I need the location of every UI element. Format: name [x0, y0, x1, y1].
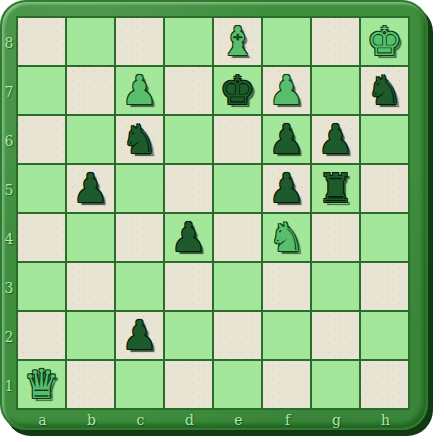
square-h5[interactable]	[361, 165, 408, 212]
square-d6[interactable]	[165, 116, 212, 163]
square-g7[interactable]	[312, 67, 359, 114]
square-a4[interactable]	[18, 214, 65, 261]
square-b8[interactable]	[67, 18, 114, 65]
chess-board: ♝♚♟♚♟♞♞♟♟♟♟♜♟♞♟♛	[16, 16, 410, 410]
piece-black-pawn[interactable]: ♟	[269, 119, 305, 159]
square-d8[interactable]	[165, 18, 212, 65]
file-label-b: b	[67, 408, 116, 432]
square-c6[interactable]: ♞	[116, 116, 163, 163]
square-e6[interactable]	[214, 116, 261, 163]
square-f4[interactable]: ♞	[263, 214, 310, 261]
rank-label-5: 5	[2, 165, 16, 214]
piece-black-king[interactable]: ♚	[220, 70, 256, 110]
square-c5[interactable]	[116, 165, 163, 212]
piece-black-pawn[interactable]: ♟	[73, 168, 109, 208]
board-frame: 87654321 ♝♚♟♚♟♞♞♟♟♟♟♜♟♞♟♛ abcdefgh	[0, 0, 428, 430]
piece-white-pawn[interactable]: ♟	[122, 70, 158, 110]
square-a7[interactable]	[18, 67, 65, 114]
square-b5[interactable]: ♟	[67, 165, 114, 212]
square-g1[interactable]	[312, 361, 359, 408]
file-label-d: d	[165, 408, 214, 432]
square-c7[interactable]: ♟	[116, 67, 163, 114]
square-h8[interactable]: ♚	[361, 18, 408, 65]
square-h3[interactable]	[361, 263, 408, 310]
square-g5[interactable]: ♜	[312, 165, 359, 212]
square-g3[interactable]	[312, 263, 359, 310]
square-d1[interactable]	[165, 361, 212, 408]
piece-white-queen[interactable]: ♛	[24, 364, 60, 404]
square-a5[interactable]	[18, 165, 65, 212]
square-f5[interactable]: ♟	[263, 165, 310, 212]
square-f2[interactable]	[263, 312, 310, 359]
square-d3[interactable]	[165, 263, 212, 310]
square-c1[interactable]	[116, 361, 163, 408]
square-b2[interactable]	[67, 312, 114, 359]
square-c3[interactable]	[116, 263, 163, 310]
square-h4[interactable]	[361, 214, 408, 261]
square-g2[interactable]	[312, 312, 359, 359]
square-g6[interactable]: ♟	[312, 116, 359, 163]
file-label-e: e	[214, 408, 263, 432]
square-b7[interactable]	[67, 67, 114, 114]
piece-white-pawn[interactable]: ♟	[269, 70, 305, 110]
rank-label-3: 3	[2, 263, 16, 312]
square-e1[interactable]	[214, 361, 261, 408]
file-label-a: a	[18, 408, 67, 432]
rank-label-2: 2	[2, 312, 16, 361]
square-b1[interactable]	[67, 361, 114, 408]
file-label-f: f	[263, 408, 312, 432]
square-h1[interactable]	[361, 361, 408, 408]
square-b4[interactable]	[67, 214, 114, 261]
square-d4[interactable]: ♟	[165, 214, 212, 261]
square-f6[interactable]: ♟	[263, 116, 310, 163]
square-c2[interactable]: ♟	[116, 312, 163, 359]
square-a8[interactable]	[18, 18, 65, 65]
file-label-h: h	[361, 408, 410, 432]
rank-label-6: 6	[2, 116, 16, 165]
file-labels: abcdefgh	[18, 408, 410, 432]
piece-black-pawn[interactable]: ♟	[122, 315, 158, 355]
square-c4[interactable]	[116, 214, 163, 261]
square-f8[interactable]	[263, 18, 310, 65]
square-b6[interactable]	[67, 116, 114, 163]
piece-black-pawn[interactable]: ♟	[269, 168, 305, 208]
square-e3[interactable]	[214, 263, 261, 310]
square-h2[interactable]	[361, 312, 408, 359]
square-g4[interactable]	[312, 214, 359, 261]
piece-white-knight[interactable]: ♞	[269, 217, 305, 257]
chess-app-window: 87654321 ♝♚♟♚♟♞♞♟♟♟♟♜♟♞♟♛ abcdefgh	[0, 0, 444, 442]
square-a6[interactable]	[18, 116, 65, 163]
rank-label-8: 8	[2, 18, 16, 67]
square-h7[interactable]: ♞	[361, 67, 408, 114]
square-e2[interactable]	[214, 312, 261, 359]
square-e7[interactable]: ♚	[214, 67, 261, 114]
square-a2[interactable]	[18, 312, 65, 359]
rank-label-1: 1	[2, 361, 16, 410]
rank-label-4: 4	[2, 214, 16, 263]
file-label-c: c	[116, 408, 165, 432]
square-g8[interactable]	[312, 18, 359, 65]
piece-white-bishop[interactable]: ♝	[220, 21, 256, 61]
square-c8[interactable]	[116, 18, 163, 65]
square-d5[interactable]	[165, 165, 212, 212]
square-b3[interactable]	[67, 263, 114, 310]
square-f1[interactable]	[263, 361, 310, 408]
rank-labels: 87654321	[2, 18, 16, 410]
piece-black-pawn[interactable]: ♟	[318, 119, 354, 159]
square-e5[interactable]	[214, 165, 261, 212]
square-a3[interactable]	[18, 263, 65, 310]
rank-label-7: 7	[2, 67, 16, 116]
square-a1[interactable]: ♛	[18, 361, 65, 408]
piece-black-rook[interactable]: ♜	[318, 168, 354, 208]
square-e8[interactable]: ♝	[214, 18, 261, 65]
piece-black-pawn[interactable]: ♟	[171, 217, 207, 257]
piece-white-king[interactable]: ♚	[367, 21, 403, 61]
square-e4[interactable]	[214, 214, 261, 261]
square-h6[interactable]	[361, 116, 408, 163]
square-f7[interactable]: ♟	[263, 67, 310, 114]
square-d2[interactable]	[165, 312, 212, 359]
square-d7[interactable]	[165, 67, 212, 114]
file-label-g: g	[312, 408, 361, 432]
square-f3[interactable]	[263, 263, 310, 310]
piece-black-knight[interactable]: ♞	[367, 70, 403, 110]
piece-black-knight[interactable]: ♞	[122, 119, 158, 159]
